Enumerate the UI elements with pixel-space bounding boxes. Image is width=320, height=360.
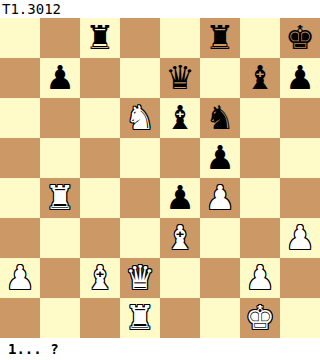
square-c2[interactable]: ♝ [80, 258, 120, 298]
square-e4[interactable]: ♟ [160, 178, 200, 218]
square-e6[interactable]: ♝ [160, 98, 200, 138]
square-g4[interactable] [240, 178, 280, 218]
square-a6[interactable] [0, 98, 40, 138]
white-king[interactable]: ♚ [245, 298, 275, 338]
square-h5[interactable] [280, 138, 320, 178]
square-h1[interactable] [280, 298, 320, 338]
square-f1[interactable] [200, 298, 240, 338]
square-h2[interactable] [280, 258, 320, 298]
square-d5[interactable] [120, 138, 160, 178]
square-g3[interactable] [240, 218, 280, 258]
black-queen[interactable]: ♛ [165, 58, 195, 98]
square-g6[interactable] [240, 98, 280, 138]
move-prompt: 1... ? [0, 338, 320, 360]
square-b5[interactable] [40, 138, 80, 178]
white-pawn[interactable]: ♟ [5, 258, 35, 298]
square-a2[interactable]: ♟ [0, 258, 40, 298]
white-bishop[interactable]: ♝ [85, 258, 115, 298]
square-d8[interactable] [120, 18, 160, 58]
square-e1[interactable] [160, 298, 200, 338]
square-f4[interactable]: ♟ [200, 178, 240, 218]
square-g2[interactable]: ♟ [240, 258, 280, 298]
square-h7[interactable]: ♟ [280, 58, 320, 98]
square-b2[interactable] [40, 258, 80, 298]
square-c5[interactable] [80, 138, 120, 178]
square-b3[interactable] [40, 218, 80, 258]
square-d4[interactable] [120, 178, 160, 218]
black-rook[interactable]: ♜ [85, 18, 115, 58]
square-e3[interactable]: ♝ [160, 218, 200, 258]
square-e5[interactable] [160, 138, 200, 178]
square-d6[interactable]: ♞ [120, 98, 160, 138]
puzzle-id: T1.3012 [0, 0, 320, 18]
square-c6[interactable] [80, 98, 120, 138]
square-a1[interactable] [0, 298, 40, 338]
black-pawn[interactable]: ♟ [165, 178, 195, 218]
square-f8[interactable]: ♜ [200, 18, 240, 58]
black-pawn[interactable]: ♟ [205, 138, 235, 178]
square-f2[interactable] [200, 258, 240, 298]
black-knight[interactable]: ♞ [205, 98, 235, 138]
white-pawn[interactable]: ♟ [285, 218, 315, 258]
square-d7[interactable] [120, 58, 160, 98]
square-a3[interactable] [0, 218, 40, 258]
square-f7[interactable] [200, 58, 240, 98]
square-b4[interactable]: ♜ [40, 178, 80, 218]
square-g7[interactable]: ♝ [240, 58, 280, 98]
square-g5[interactable] [240, 138, 280, 178]
square-d2[interactable]: ♛ [120, 258, 160, 298]
square-f6[interactable]: ♞ [200, 98, 240, 138]
black-king[interactable]: ♚ [285, 18, 315, 58]
square-a4[interactable] [0, 178, 40, 218]
white-knight[interactable]: ♞ [125, 98, 155, 138]
square-h3[interactable]: ♟ [280, 218, 320, 258]
white-pawn[interactable]: ♟ [205, 178, 235, 218]
square-h8[interactable]: ♚ [280, 18, 320, 58]
square-b1[interactable] [40, 298, 80, 338]
square-a8[interactable] [0, 18, 40, 58]
square-e7[interactable]: ♛ [160, 58, 200, 98]
black-rook[interactable]: ♜ [205, 18, 235, 58]
white-pawn[interactable]: ♟ [245, 258, 275, 298]
board: ♜♜♚♟♛♝♟♞♝♞♟♜♟♟♝♟♟♝♛♟♜♚ [0, 18, 320, 338]
square-h6[interactable] [280, 98, 320, 138]
square-b6[interactable] [40, 98, 80, 138]
square-d1[interactable]: ♜ [120, 298, 160, 338]
square-c4[interactable] [80, 178, 120, 218]
white-rook[interactable]: ♜ [125, 298, 155, 338]
square-c3[interactable] [80, 218, 120, 258]
square-h4[interactable] [280, 178, 320, 218]
square-a5[interactable] [0, 138, 40, 178]
square-e2[interactable] [160, 258, 200, 298]
white-bishop[interactable]: ♝ [165, 218, 195, 258]
square-e8[interactable] [160, 18, 200, 58]
square-d3[interactable] [120, 218, 160, 258]
white-rook[interactable]: ♜ [45, 178, 75, 218]
black-pawn[interactable]: ♟ [45, 58, 75, 98]
square-a7[interactable] [0, 58, 40, 98]
square-c7[interactable] [80, 58, 120, 98]
square-b8[interactable] [40, 18, 80, 58]
black-bishop[interactable]: ♝ [165, 98, 195, 138]
black-pawn[interactable]: ♟ [285, 58, 315, 98]
square-c8[interactable]: ♜ [80, 18, 120, 58]
square-g8[interactable] [240, 18, 280, 58]
square-c1[interactable] [80, 298, 120, 338]
square-f5[interactable]: ♟ [200, 138, 240, 178]
square-b7[interactable]: ♟ [40, 58, 80, 98]
black-bishop[interactable]: ♝ [245, 58, 275, 98]
square-g1[interactable]: ♚ [240, 298, 280, 338]
square-f3[interactable] [200, 218, 240, 258]
white-queen[interactable]: ♛ [125, 258, 155, 298]
